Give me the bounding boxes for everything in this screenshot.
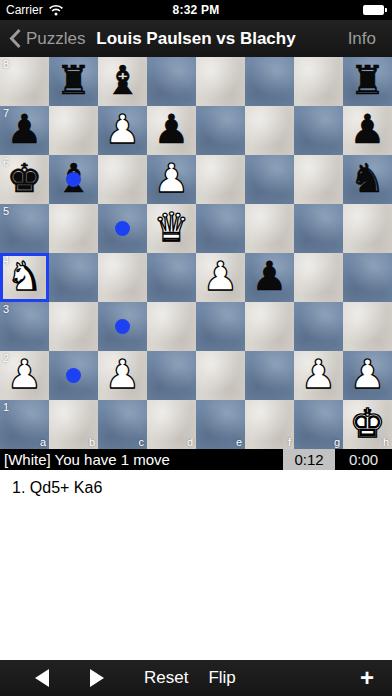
square-d6[interactable]: ♟ [147, 155, 196, 204]
square-b3[interactable] [49, 302, 98, 351]
legal-move-dot [66, 172, 81, 187]
ios-status-bar: Carrier 8:32 PM [0, 0, 392, 20]
square-c7[interactable]: ♟ [98, 106, 147, 155]
file-label-a: a [40, 436, 46, 448]
square-g6[interactable] [294, 155, 343, 204]
white-pawn: ♟ [343, 351, 392, 400]
square-a5[interactable]: 5 [0, 204, 49, 253]
square-d5[interactable]: ♛ [147, 204, 196, 253]
rank-label-2: 2 [3, 352, 9, 364]
black-clock: 0:00 [335, 449, 392, 470]
square-e5[interactable] [196, 204, 245, 253]
square-g8[interactable] [294, 57, 343, 106]
battery-icon [363, 5, 384, 15]
square-d2[interactable] [147, 351, 196, 400]
file-label-b: b [89, 436, 95, 448]
square-a4[interactable]: ♞4 [0, 253, 49, 302]
black-pawn: ♟ [343, 106, 392, 155]
square-d4[interactable] [147, 253, 196, 302]
square-d7[interactable]: ♟ [147, 106, 196, 155]
square-c3[interactable] [98, 302, 147, 351]
square-c6[interactable] [98, 155, 147, 204]
file-label-c: c [139, 436, 145, 448]
square-g3[interactable] [294, 302, 343, 351]
rank-label-7: 7 [3, 107, 9, 119]
square-f1[interactable]: f [245, 400, 294, 449]
square-d1[interactable]: d [147, 400, 196, 449]
game-status-strip: [White] You have 1 move 0:12 0:00 [0, 449, 392, 470]
app-window: Carrier 8:32 PM Puzzles Louis Paulsen vs… [0, 0, 392, 696]
square-c1[interactable]: c [98, 400, 147, 449]
legal-move-dot [66, 368, 81, 383]
chevron-left-icon [9, 28, 21, 49]
square-h2[interactable]: ♟ [343, 351, 392, 400]
status-time: 8:32 PM [0, 3, 392, 17]
rank-label-5: 5 [3, 205, 9, 217]
square-g2[interactable]: ♟ [294, 351, 343, 400]
black-rook: ♜ [343, 57, 392, 106]
turn-message: [White] You have 1 move [0, 451, 283, 468]
rank-label-1: 1 [3, 401, 9, 413]
back-to-puzzles-button[interactable]: Puzzles [9, 28, 86, 49]
square-d3[interactable] [147, 302, 196, 351]
file-label-d: d [187, 436, 193, 448]
square-e1[interactable]: e [196, 400, 245, 449]
square-f3[interactable] [245, 302, 294, 351]
square-b8[interactable]: ♜ [49, 57, 98, 106]
chess-board: 8♜♝♜♟7♟♟♟♚6♝♟♞5♛♞4♟♟3♟2♟♟♟1abcdefg♚h [0, 57, 392, 449]
white-clock: 0:12 [283, 449, 335, 470]
back-button-label: Puzzles [26, 29, 86, 49]
square-h8[interactable]: ♜ [343, 57, 392, 106]
square-b6[interactable]: ♝ [49, 155, 98, 204]
square-b1[interactable]: b [49, 400, 98, 449]
add-button[interactable]: + [360, 666, 374, 690]
move-list: 1. Qd5+ Ka6 [0, 470, 392, 660]
black-bishop: ♝ [98, 57, 147, 106]
square-e7[interactable] [196, 106, 245, 155]
file-label-g: g [334, 436, 340, 448]
square-c5[interactable] [98, 204, 147, 253]
file-label-h: h [383, 436, 389, 448]
white-pawn: ♟ [294, 351, 343, 400]
rank-label-3: 3 [3, 303, 9, 315]
square-c2[interactable]: ♟ [98, 351, 147, 400]
square-h5[interactable] [343, 204, 392, 253]
square-b2[interactable] [49, 351, 98, 400]
square-e3[interactable] [196, 302, 245, 351]
square-b4[interactable] [49, 253, 98, 302]
square-a3[interactable]: 3 [0, 302, 49, 351]
flip-button[interactable]: Flip [208, 668, 235, 688]
bottom-toolbar: Reset Flip + [0, 660, 392, 696]
square-a1[interactable]: 1a [0, 400, 49, 449]
white-pawn: ♟ [147, 155, 196, 204]
move-text: 1. Qd5+ Ka6 [12, 479, 102, 496]
square-e4[interactable]: ♟ [196, 253, 245, 302]
square-a8[interactable]: 8 [0, 57, 49, 106]
square-f8[interactable] [245, 57, 294, 106]
square-e6[interactable] [196, 155, 245, 204]
square-g5[interactable] [294, 204, 343, 253]
square-c4[interactable] [98, 253, 147, 302]
navigation-bar: Puzzles Louis Paulsen vs Blachy Info [0, 20, 392, 57]
legal-move-dot [115, 221, 130, 236]
square-f6[interactable] [245, 155, 294, 204]
square-f2[interactable] [245, 351, 294, 400]
black-knight: ♞ [343, 155, 392, 204]
square-g7[interactable] [294, 106, 343, 155]
rank-label-4: 4 [3, 254, 9, 266]
black-rook: ♜ [49, 57, 98, 106]
step-forward-icon[interactable] [90, 669, 104, 687]
rank-label-6: 6 [3, 156, 9, 168]
square-h1[interactable]: ♚h [343, 400, 392, 449]
file-label-f: f [288, 436, 291, 448]
file-label-e: e [236, 436, 242, 448]
white-queen: ♛ [147, 204, 196, 253]
square-b5[interactable] [49, 204, 98, 253]
square-f7[interactable] [245, 106, 294, 155]
black-pawn: ♟ [245, 253, 294, 302]
square-f5[interactable] [245, 204, 294, 253]
rank-label-8: 8 [3, 58, 9, 70]
white-pawn: ♟ [98, 106, 147, 155]
step-back-icon[interactable] [35, 669, 49, 687]
reset-button[interactable]: Reset [144, 668, 188, 688]
info-button[interactable]: Info [348, 29, 376, 49]
square-e8[interactable] [196, 57, 245, 106]
square-g1[interactable]: g [294, 400, 343, 449]
square-h4[interactable] [343, 253, 392, 302]
square-c8[interactable]: ♝ [98, 57, 147, 106]
square-e2[interactable] [196, 351, 245, 400]
square-b7[interactable] [49, 106, 98, 155]
legal-move-dot [115, 319, 130, 334]
square-a6[interactable]: ♚6 [0, 155, 49, 204]
square-h6[interactable]: ♞ [343, 155, 392, 204]
square-g4[interactable] [294, 253, 343, 302]
square-h3[interactable] [343, 302, 392, 351]
black-pawn: ♟ [147, 106, 196, 155]
square-f4[interactable]: ♟ [245, 253, 294, 302]
square-d8[interactable] [147, 57, 196, 106]
white-pawn: ♟ [98, 351, 147, 400]
square-a2[interactable]: ♟2 [0, 351, 49, 400]
white-pawn: ♟ [196, 253, 245, 302]
square-a7[interactable]: ♟7 [0, 106, 49, 155]
square-h7[interactable]: ♟ [343, 106, 392, 155]
